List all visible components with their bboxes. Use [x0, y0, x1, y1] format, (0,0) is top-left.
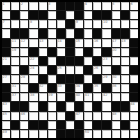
black-cell-r4c9 [75, 29, 83, 37]
white-cell-r3c7[interactable] [57, 20, 65, 28]
white-cell-r5c5[interactable]: 13 [39, 39, 47, 47]
white-cell-r11c14[interactable] [121, 93, 129, 101]
white-cell-r6c14[interactable] [121, 48, 129, 56]
black-cell-r2c7 [57, 11, 65, 19]
black-cell-r12c3 [20, 102, 28, 110]
white-cell-r12c4[interactable] [29, 102, 37, 110]
clue-number: 16 [94, 39, 98, 43]
black-cell-r9c5 [39, 75, 47, 83]
white-cell-r2c15[interactable] [130, 11, 138, 19]
clue-number: 24 [30, 66, 34, 70]
black-cell-r4c11 [93, 29, 101, 37]
white-cell-r11c10[interactable]: 41 [84, 93, 92, 101]
white-cell-r12c6[interactable] [48, 102, 56, 110]
black-cell-r14c12 [102, 121, 110, 129]
clue-number: 5 [112, 2, 114, 6]
black-cell-r9c11 [93, 75, 101, 83]
white-cell-r3c6[interactable] [48, 20, 56, 28]
white-cell-r10c7[interactable]: 33 [57, 84, 65, 92]
clue-number: 3 [48, 2, 50, 6]
clue-number: 42 [103, 93, 107, 97]
white-cell-r13c10[interactable] [84, 112, 92, 120]
white-cell-r4c12[interactable] [102, 29, 110, 37]
white-cell-r7c6[interactable] [48, 57, 56, 65]
black-cell-r7c7 [57, 57, 65, 65]
white-cell-r10c14[interactable] [121, 84, 129, 92]
clue-number: 45 [3, 112, 7, 116]
white-cell-r6c9[interactable] [75, 48, 83, 56]
white-cell-r13c13[interactable]: 48 [112, 112, 120, 120]
white-cell-r6c2[interactable]: 19 [11, 48, 19, 56]
white-cell-r15c12[interactable] [102, 130, 110, 138]
white-cell-r9c12[interactable]: 29 [102, 75, 110, 83]
white-cell-r10c5[interactable]: 32 [39, 84, 47, 92]
white-cell-r11c4[interactable]: 38 [29, 93, 37, 101]
clue-number: 2 [21, 2, 23, 6]
white-cell-r1c3[interactable]: 2 [20, 2, 28, 10]
white-cell-r9c10[interactable] [84, 75, 92, 83]
white-cell-r14c1[interactable] [2, 121, 10, 129]
white-cell-r5c3[interactable]: 12 [20, 39, 28, 47]
black-cell-r14c14 [121, 121, 129, 129]
white-cell-r9c6[interactable] [48, 75, 56, 83]
clue-number: 7 [3, 20, 5, 24]
white-cell-r13c1[interactable]: 45 [2, 112, 10, 120]
white-cell-r13c9[interactable]: 47 [75, 112, 83, 120]
black-cell-r8c3 [20, 66, 28, 74]
white-cell-r5c13[interactable]: 17 [112, 39, 120, 47]
black-cell-r6c15 [130, 48, 138, 56]
white-cell-r6c3[interactable] [20, 48, 28, 56]
black-cell-r1c8 [66, 2, 74, 10]
white-cell-r13c5[interactable] [39, 112, 47, 120]
white-cell-r2c10[interactable] [84, 11, 92, 19]
black-cell-r6c4 [29, 48, 37, 56]
white-cell-r8c8[interactable] [66, 66, 74, 74]
black-cell-r12c11 [93, 102, 101, 110]
black-cell-r8c13 [112, 66, 120, 74]
white-cell-r3c3[interactable] [20, 20, 28, 28]
white-cell-r4c15[interactable] [130, 29, 138, 37]
white-cell-r15c10[interactable]: 50 [84, 130, 92, 138]
white-cell-r8c2[interactable] [11, 66, 19, 74]
black-cell-r14c5 [39, 121, 47, 129]
clue-number: 14 [57, 39, 61, 43]
clue-number: 27 [3, 75, 7, 79]
white-cell-r13c4[interactable] [29, 112, 37, 120]
clue-number: 49 [3, 130, 7, 134]
clue-number: 25 [57, 66, 61, 70]
white-cell-r12c15[interactable]: 44 [130, 102, 138, 110]
white-cell-r9c14[interactable] [121, 75, 129, 83]
black-cell-r9c8 [66, 75, 74, 83]
black-cell-r15c9 [75, 130, 83, 138]
white-cell-r15c15[interactable] [130, 130, 138, 138]
black-cell-r9c7 [57, 75, 65, 83]
black-cell-r10c4 [29, 84, 37, 92]
black-cell-r13c8 [66, 112, 74, 120]
white-cell-r2c13[interactable] [112, 11, 120, 19]
white-cell-r13c14[interactable] [121, 112, 129, 120]
white-cell-r15c2[interactable] [11, 130, 19, 138]
white-cell-r10c13[interactable]: 36 [112, 84, 120, 92]
clue-number: 13 [39, 39, 43, 43]
white-cell-r1c12[interactable] [102, 2, 110, 10]
white-cell-r5c7[interactable]: 14 [57, 39, 65, 47]
white-cell-r12c10[interactable] [84, 102, 92, 110]
white-cell-r3c10[interactable] [84, 20, 92, 28]
white-cell-r3c11[interactable] [93, 20, 101, 28]
white-cell-r15c3[interactable] [20, 130, 28, 138]
white-cell-r12c12[interactable] [102, 102, 110, 110]
black-cell-r2c5 [39, 11, 47, 19]
black-cell-r4c2 [11, 29, 19, 37]
white-cell-r10c2[interactable]: 31 [11, 84, 19, 92]
white-cell-r13c7[interactable] [57, 112, 65, 120]
white-cell-r10c11[interactable]: 35 [93, 84, 101, 92]
clue-number: 8 [30, 20, 32, 24]
white-cell-r7c13[interactable] [112, 57, 120, 65]
white-cell-r1c15[interactable]: 6 [130, 2, 138, 10]
white-cell-r3c15[interactable] [130, 20, 138, 28]
white-cell-r11c2[interactable]: 37 [11, 93, 19, 101]
black-cell-r14c2 [11, 121, 19, 129]
white-cell-r9c3[interactable]: 28 [20, 75, 28, 83]
black-cell-r4c13 [112, 29, 120, 37]
white-cell-r2c1[interactable] [2, 11, 10, 19]
black-cell-r12c2 [11, 102, 19, 110]
white-cell-r1c6[interactable]: 3 [48, 2, 56, 10]
black-cell-r12c14 [121, 102, 129, 110]
white-cell-r2c8[interactable] [66, 11, 74, 19]
clue-number: 41 [85, 93, 89, 97]
clue-number: 19 [12, 48, 16, 52]
white-cell-r13c6[interactable] [48, 112, 56, 120]
clue-number: 9 [76, 20, 78, 24]
white-cell-r1c11[interactable] [93, 2, 101, 10]
black-cell-r10c10 [84, 84, 92, 92]
white-cell-r7c2[interactable] [11, 57, 19, 65]
white-cell-r11c5[interactable] [39, 93, 47, 101]
white-cell-r14c10[interactable] [84, 121, 92, 129]
white-cell-r3c1[interactable]: 7 [2, 20, 10, 28]
black-cell-r14c7 [57, 121, 65, 129]
black-cell-r8c15 [130, 66, 138, 74]
black-cell-r4c3 [20, 29, 28, 37]
white-cell-r2c3[interactable] [20, 11, 28, 19]
white-cell-r13c15[interactable] [130, 112, 138, 120]
black-cell-r2c2 [11, 11, 19, 19]
clue-number: 10 [103, 20, 107, 24]
white-cell-r5c10[interactable] [84, 39, 92, 47]
white-cell-r14c8[interactable] [66, 121, 74, 129]
white-cell-r8c7[interactable]: 25 [57, 66, 65, 74]
white-cell-r8c9[interactable] [75, 66, 83, 74]
white-cell-r15c5[interactable] [39, 130, 47, 138]
white-cell-r1c1[interactable]: 1 [2, 2, 10, 10]
white-cell-r11c6[interactable]: 39 [48, 93, 56, 101]
clue-number: 28 [21, 75, 25, 79]
black-cell-r10c1 [2, 84, 10, 92]
clue-number: 29 [103, 75, 107, 79]
black-cell-r4c7 [57, 29, 65, 37]
white-cell-r12c8[interactable] [66, 102, 74, 110]
white-cell-r1c2[interactable] [11, 2, 19, 10]
black-cell-r5c8 [66, 39, 74, 47]
white-cell-r8c14[interactable] [121, 66, 129, 74]
black-cell-r12c5 [39, 102, 47, 110]
white-cell-r9c1[interactable]: 27 [2, 75, 10, 83]
white-cell-r15c13[interactable] [112, 130, 120, 138]
clue-number: 39 [48, 93, 52, 97]
clue-number: 38 [30, 93, 34, 97]
black-cell-r8c6 [48, 66, 56, 74]
black-cell-r15c7 [57, 130, 65, 138]
black-cell-r1c7 [57, 2, 65, 10]
white-cell-r7c1[interactable]: 21 [2, 57, 10, 65]
black-cell-r2c9 [75, 11, 83, 19]
white-cell-r5c14[interactable]: 18 [121, 39, 129, 47]
black-cell-r2c11 [93, 11, 101, 19]
black-cell-r6c10 [84, 48, 92, 56]
black-cell-r10c15 [130, 84, 138, 92]
black-cell-r6c12 [102, 48, 110, 56]
white-cell-r1c5[interactable] [39, 2, 47, 10]
black-cell-r1c9 [75, 2, 83, 10]
white-cell-r3c5[interactable] [39, 20, 47, 28]
black-cell-r5c1 [2, 39, 10, 47]
clue-number: 40 [76, 93, 80, 97]
clue-number: 26 [94, 66, 98, 70]
clue-number: 36 [112, 84, 116, 88]
white-cell-r1c14[interactable] [121, 2, 129, 10]
white-cell-r3c2[interactable] [11, 20, 19, 28]
white-cell-r13c2[interactable] [11, 112, 19, 120]
white-cell-r5c9[interactable]: 15 [75, 39, 83, 47]
white-cell-r7c14[interactable] [121, 57, 129, 65]
white-cell-r3c13[interactable] [112, 20, 120, 28]
white-cell-r14c6[interactable] [48, 121, 56, 129]
white-cell-r4c1[interactable] [2, 29, 10, 37]
clue-number: 11 [12, 39, 16, 43]
white-cell-r5c11[interactable]: 16 [93, 39, 101, 47]
black-cell-r2c12 [102, 11, 110, 19]
clue-number: 35 [94, 84, 98, 88]
white-cell-r7c15[interactable] [130, 57, 138, 65]
black-cell-r14c4 [29, 121, 37, 129]
black-cell-r7c11 [93, 57, 101, 65]
white-cell-r15c6[interactable] [48, 130, 56, 138]
white-cell-r9c15[interactable] [130, 75, 138, 83]
white-cell-r10c3[interactable] [20, 84, 28, 92]
clue-number: 1 [3, 2, 5, 6]
black-cell-r7c9 [75, 57, 83, 65]
white-cell-r9c2[interactable] [11, 75, 19, 83]
clue-number: 48 [112, 112, 116, 116]
white-cell-r7c10[interactable] [84, 57, 92, 65]
black-cell-r8c1 [2, 66, 10, 74]
clue-number: 15 [76, 39, 80, 43]
black-cell-r5c15 [130, 39, 138, 47]
white-cell-r9c13[interactable]: 30 [112, 75, 120, 83]
black-cell-r12c9 [75, 102, 83, 110]
black-cell-r11c1 [2, 93, 10, 101]
black-cell-r6c6 [48, 48, 56, 56]
white-cell-r4c6[interactable] [48, 29, 56, 37]
clue-number: 44 [130, 102, 134, 106]
white-cell-r7c4[interactable]: 22 [29, 57, 37, 65]
white-cell-r14c13[interactable] [112, 121, 120, 129]
white-cell-r7c3[interactable] [20, 57, 28, 65]
white-cell-r1c4[interactable] [29, 2, 37, 10]
black-cell-r7c8 [66, 57, 74, 65]
clue-number: 4 [85, 2, 87, 6]
white-cell-r7c12[interactable]: 23 [102, 57, 110, 65]
white-cell-r6c11[interactable] [93, 48, 101, 56]
clue-number: 12 [21, 39, 25, 43]
white-cell-r15c4[interactable] [29, 130, 37, 138]
white-cell-r15c14[interactable] [121, 130, 129, 138]
white-cell-r3c14[interactable] [121, 20, 129, 28]
white-cell-r4c10[interactable] [84, 29, 92, 37]
white-cell-r15c11[interactable] [93, 130, 101, 138]
black-cell-r8c10 [84, 66, 92, 74]
white-cell-r13c3[interactable]: 46 [20, 112, 28, 120]
clue-number: 17 [112, 39, 116, 43]
black-cell-r14c9 [75, 121, 83, 129]
clue-number: 31 [12, 84, 16, 88]
black-cell-r10c6 [48, 84, 56, 92]
clue-number: 47 [76, 112, 80, 116]
white-cell-r6c5[interactable] [39, 48, 47, 56]
clue-number: 18 [121, 39, 125, 43]
white-cell-r5c2[interactable]: 11 [11, 39, 19, 47]
white-cell-r6c13[interactable]: 20 [112, 48, 120, 56]
clue-number: 20 [112, 48, 116, 52]
clue-number: 50 [85, 130, 89, 134]
white-cell-r11c7[interactable] [57, 93, 65, 101]
clue-number: 30 [112, 75, 116, 79]
white-cell-r13c11[interactable] [93, 112, 101, 120]
white-cell-r14c15[interactable] [130, 121, 138, 129]
white-cell-r1c10[interactable]: 4 [84, 2, 92, 10]
clue-number: 23 [103, 57, 107, 61]
white-cell-r5c6[interactable] [48, 39, 56, 47]
crossword-grid: 1234567891011121314151617181920212223242… [0, 0, 140, 140]
white-cell-r10c9[interactable]: 34 [75, 84, 83, 92]
white-cell-r11c11[interactable] [93, 93, 101, 101]
black-cell-r12c7 [57, 102, 65, 110]
clue-number: 34 [76, 84, 80, 88]
black-cell-r12c13 [112, 102, 120, 110]
clue-number: 32 [39, 84, 43, 88]
black-cell-r6c1 [2, 48, 10, 56]
white-cell-r11c3[interactable] [20, 93, 28, 101]
clue-number: 46 [21, 112, 25, 116]
clue-number: 43 [3, 102, 7, 106]
white-cell-r11c13[interactable] [112, 93, 120, 101]
white-cell-r11c12[interactable]: 42 [102, 93, 110, 101]
black-cell-r11c8 [66, 93, 74, 101]
black-cell-r2c4 [29, 11, 37, 19]
white-cell-r8c5[interactable] [39, 66, 47, 74]
white-cell-r5c12[interactable] [102, 39, 110, 47]
black-cell-r11c15 [130, 93, 138, 101]
clue-number: 21 [3, 57, 7, 61]
white-cell-r8c4[interactable]: 24 [29, 66, 37, 74]
white-cell-r4c4[interactable] [29, 29, 37, 37]
white-cell-r15c1[interactable]: 49 [2, 130, 10, 138]
clue-number: 37 [12, 93, 16, 97]
black-cell-r14c11 [93, 121, 101, 129]
black-cell-r3c8 [66, 20, 74, 28]
white-cell-r2c6[interactable] [48, 11, 56, 19]
white-cell-r8c11[interactable]: 26 [93, 66, 101, 74]
white-cell-r3c4[interactable]: 8 [29, 20, 37, 28]
white-cell-r12c1[interactable]: 43 [2, 102, 10, 110]
white-cell-r5c4[interactable] [29, 39, 37, 47]
white-cell-r14c3[interactable] [20, 121, 28, 129]
black-cell-r7c5 [39, 57, 47, 65]
clue-number: 6 [130, 2, 132, 6]
black-cell-r6c8 [66, 48, 74, 56]
white-cell-r13c12[interactable] [102, 112, 110, 120]
white-cell-r6c7[interactable] [57, 48, 65, 56]
black-cell-r4c14 [121, 29, 129, 37]
white-cell-r9c4[interactable] [29, 75, 37, 83]
white-cell-r11c9[interactable]: 40 [75, 93, 83, 101]
black-cell-r4c5 [39, 29, 47, 37]
clue-number: 33 [57, 84, 61, 88]
black-cell-r10c8 [66, 84, 74, 92]
white-cell-r8c12[interactable] [102, 66, 110, 74]
white-cell-r1c13[interactable]: 5 [112, 2, 120, 10]
white-cell-r4c8[interactable] [66, 29, 74, 37]
white-cell-r3c9[interactable]: 9 [75, 20, 83, 28]
black-cell-r10c12 [102, 84, 110, 92]
white-cell-r3c12[interactable]: 10 [102, 20, 110, 28]
black-cell-r2c14 [121, 11, 129, 19]
clue-number: 22 [30, 57, 34, 61]
black-cell-r15c8 [66, 130, 74, 138]
black-cell-r9c9 [75, 75, 83, 83]
